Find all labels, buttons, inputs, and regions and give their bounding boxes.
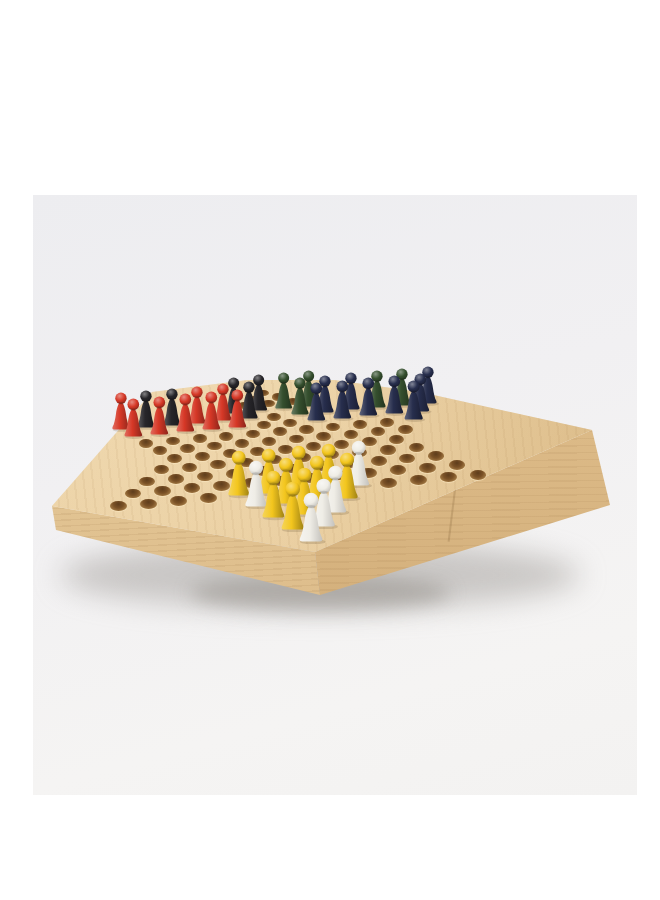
peg-red[interactable] <box>146 396 173 437</box>
peg-navy-glyph <box>329 380 356 421</box>
peg-red-glyph <box>172 393 199 434</box>
peg-navy[interactable] <box>303 382 330 423</box>
peg-navy[interactable] <box>329 380 356 421</box>
peg-navy-glyph <box>355 377 382 418</box>
peg-red-glyph <box>120 398 147 439</box>
peg-red-glyph <box>224 389 251 430</box>
peg-red[interactable] <box>224 389 251 430</box>
product-photo-scene <box>0 0 660 900</box>
peg-white[interactable] <box>294 492 328 545</box>
peg-red-glyph <box>146 396 173 437</box>
peg-navy-glyph <box>400 380 427 422</box>
peg-navy[interactable] <box>355 377 382 418</box>
peg-navy[interactable] <box>400 380 427 422</box>
peg-red[interactable] <box>198 391 225 432</box>
peg-white-glyph <box>294 492 328 545</box>
peg-navy-glyph <box>303 382 330 423</box>
pegs-layer <box>0 0 660 900</box>
peg-red-glyph <box>198 391 225 432</box>
peg-red[interactable] <box>120 398 147 439</box>
peg-red[interactable] <box>172 393 199 434</box>
